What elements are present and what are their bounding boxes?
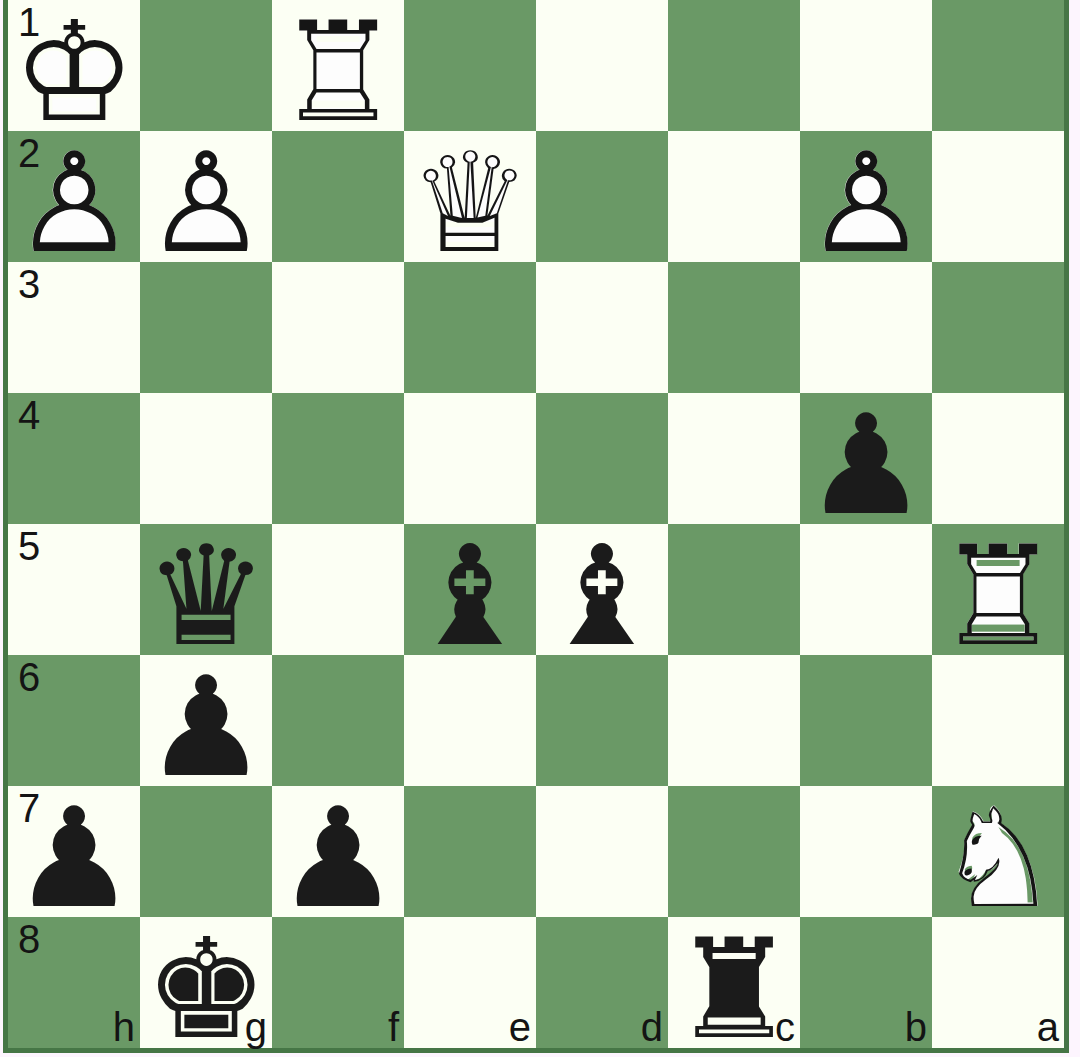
file-label-f: f xyxy=(388,1006,399,1048)
white-rook-outline-glyph: ♖ xyxy=(932,531,1064,662)
white-queen[interactable]: ♛♕ xyxy=(404,131,536,262)
white-pawn-outline-glyph: ♙ xyxy=(800,138,932,269)
white-pawn[interactable]: ♟♙ xyxy=(800,131,932,262)
square-f6[interactable] xyxy=(272,655,404,786)
square-h6[interactable]: 6 xyxy=(8,655,140,786)
square-a1[interactable] xyxy=(932,0,1064,131)
white-rook[interactable]: ♜♖ xyxy=(932,524,1064,655)
square-h1[interactable]: 1♚♔ xyxy=(8,0,140,131)
square-c5[interactable] xyxy=(668,524,800,655)
white-rook[interactable]: ♜♖ xyxy=(272,0,404,131)
square-b2[interactable]: ♟♙ xyxy=(800,131,932,262)
file-label-e: e xyxy=(509,1006,531,1048)
black-pawn-glyph: ♟ xyxy=(800,400,932,531)
black-bishop-glyph: ♝ xyxy=(536,531,668,662)
square-a7[interactable]: ♞♘ xyxy=(932,786,1064,917)
black-queen-glyph: ♛ xyxy=(140,531,272,662)
black-pawn[interactable]: ♟ xyxy=(8,786,140,917)
square-a5[interactable]: ♜♖ xyxy=(932,524,1064,655)
black-bishop[interactable]: ♝ xyxy=(536,524,668,655)
board-frame: 1♚♔♜♖2♟♙♟♙♛♕♟♙34♟5♛♝♝♜♖6♟7♟♟♞♘8hg♚fedc♜b… xyxy=(3,0,1069,1053)
square-c8[interactable]: c♜ xyxy=(668,917,800,1048)
page: 1♚♔♜♖2♟♙♟♙♛♕♟♙34♟5♛♝♝♜♖6♟7♟♟♞♘8hg♚fedc♜b… xyxy=(0,0,1080,1057)
square-c4[interactable] xyxy=(668,393,800,524)
square-h5[interactable]: 5 xyxy=(8,524,140,655)
square-d5[interactable]: ♝ xyxy=(536,524,668,655)
square-c6[interactable] xyxy=(668,655,800,786)
square-f7[interactable]: ♟ xyxy=(272,786,404,917)
square-d4[interactable] xyxy=(536,393,668,524)
white-knight[interactable]: ♞♘ xyxy=(932,786,1064,917)
black-king[interactable]: ♚ xyxy=(140,917,272,1048)
square-a3[interactable] xyxy=(932,262,1064,393)
rank-label-6: 6 xyxy=(18,656,40,698)
square-f5[interactable] xyxy=(272,524,404,655)
square-h2[interactable]: 2♟♙ xyxy=(8,131,140,262)
black-bishop-glyph: ♝ xyxy=(404,531,536,662)
square-b4[interactable]: ♟ xyxy=(800,393,932,524)
square-g2[interactable]: ♟♙ xyxy=(140,131,272,262)
file-label-d: d xyxy=(641,1006,663,1048)
file-label-a: a xyxy=(1037,1006,1059,1048)
square-e4[interactable] xyxy=(404,393,536,524)
square-b6[interactable] xyxy=(800,655,932,786)
square-c7[interactable] xyxy=(668,786,800,917)
square-b8[interactable]: b xyxy=(800,917,932,1048)
square-e1[interactable] xyxy=(404,0,536,131)
black-pawn-glyph: ♟ xyxy=(8,793,140,924)
square-e7[interactable] xyxy=(404,786,536,917)
black-pawn[interactable]: ♟ xyxy=(272,786,404,917)
white-king-outline-glyph: ♔ xyxy=(8,7,140,138)
square-e8[interactable]: e xyxy=(404,917,536,1048)
file-label-h: h xyxy=(113,1006,135,1048)
black-pawn[interactable]: ♟ xyxy=(800,393,932,524)
square-d3[interactable] xyxy=(536,262,668,393)
white-queen-outline-glyph: ♕ xyxy=(404,138,536,269)
square-g5[interactable]: ♛ xyxy=(140,524,272,655)
black-king-glyph: ♚ xyxy=(140,924,272,1055)
black-queen[interactable]: ♛ xyxy=(140,524,272,655)
white-pawn[interactable]: ♟♙ xyxy=(8,131,140,262)
square-e2[interactable]: ♛♕ xyxy=(404,131,536,262)
black-pawn[interactable]: ♟ xyxy=(140,655,272,786)
white-knight-outline-glyph: ♘ xyxy=(932,793,1064,924)
square-h7[interactable]: 7♟ xyxy=(8,786,140,917)
white-pawn-outline-glyph: ♙ xyxy=(8,138,140,269)
square-c1[interactable] xyxy=(668,0,800,131)
square-g4[interactable] xyxy=(140,393,272,524)
file-label-b: b xyxy=(905,1006,927,1048)
black-rook[interactable]: ♜ xyxy=(668,917,800,1048)
square-d8[interactable]: d xyxy=(536,917,668,1048)
square-g1[interactable] xyxy=(140,0,272,131)
black-pawn-glyph: ♟ xyxy=(272,793,404,924)
square-f4[interactable] xyxy=(272,393,404,524)
square-e5[interactable]: ♝ xyxy=(404,524,536,655)
chess-board: 1♚♔♜♖2♟♙♟♙♛♕♟♙34♟5♛♝♝♜♖6♟7♟♟♞♘8hg♚fedc♜b… xyxy=(8,0,1064,1048)
black-bishop[interactable]: ♝ xyxy=(404,524,536,655)
rank-label-4: 4 xyxy=(18,394,40,436)
rank-label-5: 5 xyxy=(18,525,40,567)
square-a4[interactable] xyxy=(932,393,1064,524)
white-king[interactable]: ♚♔ xyxy=(8,0,140,131)
square-d7[interactable] xyxy=(536,786,668,917)
square-d1[interactable] xyxy=(536,0,668,131)
white-pawn-outline-glyph: ♙ xyxy=(140,138,272,269)
square-f3[interactable] xyxy=(272,262,404,393)
white-rook-outline-glyph: ♖ xyxy=(272,7,404,138)
white-pawn[interactable]: ♟♙ xyxy=(140,131,272,262)
square-d2[interactable] xyxy=(536,131,668,262)
square-g6[interactable]: ♟ xyxy=(140,655,272,786)
square-c3[interactable] xyxy=(668,262,800,393)
square-c2[interactable] xyxy=(668,131,800,262)
square-h4[interactable]: 4 xyxy=(8,393,140,524)
square-b1[interactable] xyxy=(800,0,932,131)
square-f1[interactable]: ♜♖ xyxy=(272,0,404,131)
black-pawn-glyph: ♟ xyxy=(140,662,272,793)
square-g8[interactable]: g♚ xyxy=(140,917,272,1048)
black-rook-glyph: ♜ xyxy=(668,924,800,1055)
square-a2[interactable] xyxy=(932,131,1064,262)
square-b7[interactable] xyxy=(800,786,932,917)
